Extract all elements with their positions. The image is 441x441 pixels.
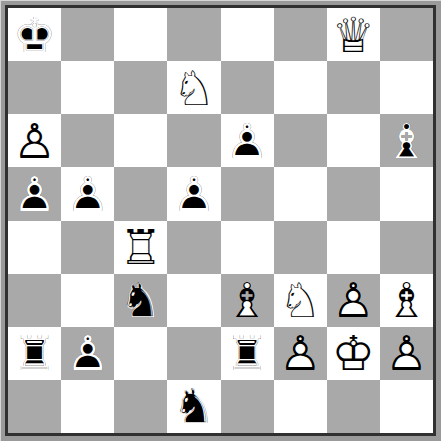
- white-pawn-icon: ♙: [8, 114, 61, 167]
- square-f1[interactable]: [274, 380, 327, 433]
- square-c1[interactable]: [114, 380, 167, 433]
- white-pawn-fill: ♟: [380, 327, 433, 380]
- chess-board-frame: ♚♔♛♕♞♘♟♙♟♙♝♗♟♙♟♙♟♙♜♖♞♘♝♗♞♘♟♙♝♗♜♖♟♙♜♖♟♙♚♔…: [0, 0, 441, 441]
- white-rook-fill: ♜: [114, 221, 167, 274]
- black-pawn-icon: ♙: [61, 327, 114, 380]
- square-g4[interactable]: [327, 221, 380, 274]
- white-bishop-fill: ♝: [380, 274, 433, 327]
- black-king-icon: ♔: [8, 8, 61, 61]
- square-b5[interactable]: ♟♙: [61, 167, 114, 220]
- square-c6[interactable]: [114, 114, 167, 167]
- white-king-fill: ♚: [327, 327, 380, 380]
- white-queen-icon: ♕: [327, 8, 380, 61]
- square-e7[interactable]: [221, 61, 274, 114]
- square-d6[interactable]: [167, 114, 220, 167]
- black-knight-fill: ♞: [114, 274, 167, 327]
- white-rook-icon: ♖: [114, 221, 167, 274]
- black-rook-icon: ♖: [8, 327, 61, 380]
- square-a6[interactable]: ♟♙: [8, 114, 61, 167]
- black-pawn-fill: ♟: [61, 327, 114, 380]
- square-f6[interactable]: [274, 114, 327, 167]
- square-d2[interactable]: [167, 327, 220, 380]
- square-f3[interactable]: ♞♘: [274, 274, 327, 327]
- square-g8[interactable]: ♛♕: [327, 8, 380, 61]
- square-f8[interactable]: [274, 8, 327, 61]
- square-h7[interactable]: [380, 61, 433, 114]
- square-h8[interactable]: [380, 8, 433, 61]
- square-c4[interactable]: ♜♖: [114, 221, 167, 274]
- square-a1[interactable]: [8, 380, 61, 433]
- square-g1[interactable]: [327, 380, 380, 433]
- square-d4[interactable]: [167, 221, 220, 274]
- white-queen-fill: ♛: [327, 8, 380, 61]
- white-pawn-fill: ♟: [327, 274, 380, 327]
- black-pawn-fill: ♟: [221, 114, 274, 167]
- black-pawn-icon: ♙: [61, 167, 114, 220]
- square-g6[interactable]: [327, 114, 380, 167]
- square-e5[interactable]: [221, 167, 274, 220]
- square-g2[interactable]: ♚♔: [327, 327, 380, 380]
- square-e4[interactable]: [221, 221, 274, 274]
- square-d8[interactable]: [167, 8, 220, 61]
- black-knight-icon: ♘: [167, 380, 220, 433]
- square-d7[interactable]: ♞♘: [167, 61, 220, 114]
- square-h4[interactable]: [380, 221, 433, 274]
- square-b6[interactable]: [61, 114, 114, 167]
- board-grid: ♚♔♛♕♞♘♟♙♟♙♝♗♟♙♟♙♟♙♜♖♞♘♝♗♞♘♟♙♝♗♜♖♟♙♜♖♟♙♚♔…: [8, 8, 433, 433]
- square-b4[interactable]: [61, 221, 114, 274]
- white-bishop-icon: ♗: [380, 274, 433, 327]
- black-pawn-fill: ♟: [8, 167, 61, 220]
- square-g3[interactable]: ♟♙: [327, 274, 380, 327]
- square-g5[interactable]: [327, 167, 380, 220]
- black-pawn-icon: ♙: [221, 114, 274, 167]
- white-knight-icon: ♘: [167, 61, 220, 114]
- square-e8[interactable]: [221, 8, 274, 61]
- square-b8[interactable]: [61, 8, 114, 61]
- square-f4[interactable]: [274, 221, 327, 274]
- square-a2[interactable]: ♜♖: [8, 327, 61, 380]
- square-a5[interactable]: ♟♙: [8, 167, 61, 220]
- black-king-fill: ♚: [8, 8, 61, 61]
- square-e2[interactable]: ♜♖: [221, 327, 274, 380]
- white-pawn-icon: ♙: [380, 327, 433, 380]
- black-rook-fill: ♜: [221, 327, 274, 380]
- square-c3[interactable]: ♞♘: [114, 274, 167, 327]
- square-b3[interactable]: [61, 274, 114, 327]
- square-d3[interactable]: [167, 274, 220, 327]
- square-h5[interactable]: [380, 167, 433, 220]
- white-bishop-fill: ♝: [221, 274, 274, 327]
- white-pawn-icon: ♙: [327, 274, 380, 327]
- white-knight-fill: ♞: [274, 274, 327, 327]
- white-pawn-fill: ♟: [274, 327, 327, 380]
- black-knight-fill: ♞: [167, 380, 220, 433]
- square-h2[interactable]: ♟♙: [380, 327, 433, 380]
- square-g7[interactable]: [327, 61, 380, 114]
- black-pawn-icon: ♙: [8, 167, 61, 220]
- square-e1[interactable]: [221, 380, 274, 433]
- square-c2[interactable]: [114, 327, 167, 380]
- square-f2[interactable]: ♟♙: [274, 327, 327, 380]
- black-pawn-fill: ♟: [167, 167, 220, 220]
- black-pawn-icon: ♙: [167, 167, 220, 220]
- white-pawn-icon: ♙: [274, 327, 327, 380]
- square-h3[interactable]: ♝♗: [380, 274, 433, 327]
- square-c8[interactable]: [114, 8, 167, 61]
- black-rook-icon: ♖: [221, 327, 274, 380]
- square-f7[interactable]: [274, 61, 327, 114]
- white-knight-fill: ♞: [167, 61, 220, 114]
- white-knight-icon: ♘: [274, 274, 327, 327]
- white-king-icon: ♔: [327, 327, 380, 380]
- square-b1[interactable]: [61, 380, 114, 433]
- square-a3[interactable]: [8, 274, 61, 327]
- square-b7[interactable]: [61, 61, 114, 114]
- black-bishop-icon: ♗: [380, 114, 433, 167]
- black-bishop-fill: ♝: [380, 114, 433, 167]
- square-h6[interactable]: ♝♗: [380, 114, 433, 167]
- square-h1[interactable]: [380, 380, 433, 433]
- square-b2[interactable]: ♟♙: [61, 327, 114, 380]
- square-a7[interactable]: [8, 61, 61, 114]
- black-rook-fill: ♜: [8, 327, 61, 380]
- square-f5[interactable]: [274, 167, 327, 220]
- square-e6[interactable]: ♟♙: [221, 114, 274, 167]
- square-a8[interactable]: ♚♔: [8, 8, 61, 61]
- white-bishop-icon: ♗: [221, 274, 274, 327]
- square-a4[interactable]: [8, 221, 61, 274]
- black-knight-icon: ♘: [114, 274, 167, 327]
- black-pawn-fill: ♟: [61, 167, 114, 220]
- white-pawn-fill: ♟: [8, 114, 61, 167]
- board-border-line: ♚♔♛♕♞♘♟♙♟♙♝♗♟♙♟♙♟♙♜♖♞♘♝♗♞♘♟♙♝♗♜♖♟♙♜♖♟♙♚♔…: [5, 5, 436, 436]
- square-c5[interactable]: [114, 167, 167, 220]
- square-d5[interactable]: ♟♙: [167, 167, 220, 220]
- square-d1[interactable]: ♞♘: [167, 380, 220, 433]
- square-e3[interactable]: ♝♗: [221, 274, 274, 327]
- square-c7[interactable]: [114, 61, 167, 114]
